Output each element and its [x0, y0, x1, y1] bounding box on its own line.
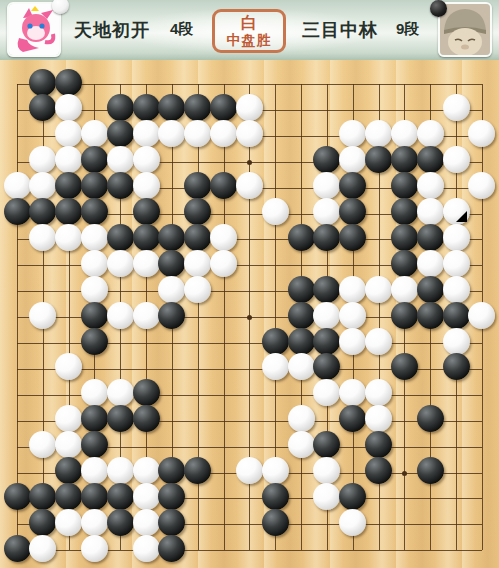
black-stone: [184, 172, 211, 199]
black-stone: [313, 276, 340, 303]
white-stone: [365, 379, 392, 406]
black-stone: [133, 405, 160, 432]
star-point: [247, 315, 252, 320]
black-stone: [262, 509, 289, 536]
left-player-name: 天地初开: [74, 18, 150, 42]
black-stone: [4, 198, 31, 225]
white-stone: [107, 250, 134, 277]
black-stone: [158, 94, 185, 121]
black-stone: [365, 457, 392, 484]
white-stone: [133, 172, 160, 199]
white-stone: [313, 379, 340, 406]
black-stone: [81, 172, 108, 199]
black-stone: [158, 250, 185, 277]
white-stone: [339, 120, 366, 147]
black-stone: [365, 146, 392, 173]
black-stone: [158, 224, 185, 251]
white-stone: [107, 146, 134, 173]
white-stone: [391, 120, 418, 147]
black-stone: [391, 224, 418, 251]
white-stone: [365, 276, 392, 303]
black-stone: [417, 457, 444, 484]
black-stone: [417, 302, 444, 329]
white-stone: [262, 198, 289, 225]
white-stone: [133, 483, 160, 510]
black-stone: [55, 198, 82, 225]
white-stone: [55, 146, 82, 173]
white-stone: [81, 250, 108, 277]
white-stone: [184, 276, 211, 303]
white-stone: [29, 302, 56, 329]
white-stone: [55, 224, 82, 251]
white-stone: [443, 328, 470, 355]
white-stone: [133, 250, 160, 277]
white-stone: [81, 509, 108, 536]
white-stone: [262, 353, 289, 380]
star-point: [402, 471, 407, 476]
black-stone: [313, 353, 340, 380]
black-stone: [391, 146, 418, 173]
black-stone: [417, 146, 444, 173]
black-stone: [288, 328, 315, 355]
white-stone: [81, 224, 108, 251]
white-stone: [210, 250, 237, 277]
black-stone: [107, 483, 134, 510]
game-header: 天地初开 4段 白 中盘胜 三目中林 9段: [0, 0, 499, 60]
black-stone: [417, 224, 444, 251]
black-stone: [133, 94, 160, 121]
black-stone: [391, 302, 418, 329]
black-stone: [313, 146, 340, 173]
black-stone: [81, 431, 108, 458]
black-stone: [55, 69, 82, 96]
white-stone: [468, 302, 495, 329]
white-stone: [133, 146, 160, 173]
white-stone: [313, 198, 340, 225]
black-stone: [81, 146, 108, 173]
white-stone: [55, 353, 82, 380]
black-stone: [158, 302, 185, 329]
black-stone: [55, 172, 82, 199]
black-stone-badge-icon: [430, 0, 447, 17]
result-stamp-line2: 中盘胜: [215, 33, 283, 47]
white-stone: [81, 379, 108, 406]
black-stone: [288, 224, 315, 251]
white-stone: [288, 405, 315, 432]
black-stone: [339, 198, 366, 225]
white-stone: [236, 172, 263, 199]
black-stone: [81, 328, 108, 355]
white-stone: [443, 224, 470, 251]
black-stone: [391, 172, 418, 199]
black-stone: [313, 431, 340, 458]
white-stone: [339, 509, 366, 536]
black-stone: [262, 483, 289, 510]
white-stone: [133, 120, 160, 147]
black-stone: [288, 302, 315, 329]
black-stone: [107, 120, 134, 147]
white-stone: [107, 379, 134, 406]
black-stone: [365, 431, 392, 458]
black-stone: [81, 198, 108, 225]
black-stone: [81, 483, 108, 510]
white-stone: [339, 302, 366, 329]
white-stone: [107, 302, 134, 329]
black-stone: [81, 405, 108, 432]
black-stone: [339, 224, 366, 251]
left-player-rank: 4段: [170, 20, 193, 39]
white-stone: [365, 405, 392, 432]
black-stone: [210, 172, 237, 199]
white-stone: [210, 120, 237, 147]
white-stone: [55, 94, 82, 121]
white-stone: [133, 302, 160, 329]
result-stamp-line1: 白: [215, 15, 283, 31]
black-stone: [339, 483, 366, 510]
white-stone: [443, 146, 470, 173]
black-stone: [339, 405, 366, 432]
black-stone: [262, 328, 289, 355]
go-board[interactable]: [0, 60, 499, 568]
black-stone: [313, 224, 340, 251]
black-stone: [184, 224, 211, 251]
white-stone: [443, 94, 470, 121]
white-stone: [158, 120, 185, 147]
right-player-name: 三目中林: [302, 18, 378, 42]
black-stone: [184, 94, 211, 121]
white-stone: [236, 94, 263, 121]
white-stone: [365, 328, 392, 355]
white-stone: [288, 431, 315, 458]
black-stone: [107, 224, 134, 251]
black-stone: [107, 94, 134, 121]
star-point: [247, 160, 252, 165]
black-stone: [391, 250, 418, 277]
white-stone: [339, 379, 366, 406]
white-stone: [133, 535, 160, 562]
white-stone: [133, 457, 160, 484]
black-stone: [313, 328, 340, 355]
black-stone: [29, 94, 56, 121]
white-stone: [81, 457, 108, 484]
cat-photo-avatar-image: [440, 4, 490, 55]
white-stone: [184, 120, 211, 147]
black-stone: [443, 302, 470, 329]
white-stone: [391, 276, 418, 303]
white-stone: [417, 172, 444, 199]
white-stone: [236, 120, 263, 147]
black-stone: [184, 198, 211, 225]
white-stone: [417, 198, 444, 225]
cartoon-cat-avatar-image: [9, 4, 59, 55]
black-stone: [107, 172, 134, 199]
white-stone: [29, 431, 56, 458]
white-stone: [339, 146, 366, 173]
white-stone: [29, 146, 56, 173]
black-stone: [133, 379, 160, 406]
white-stone-badge-icon: [52, 0, 69, 14]
white-stone: [133, 509, 160, 536]
white-stone: [29, 172, 56, 199]
black-stone: [107, 509, 134, 536]
white-stone: [55, 431, 82, 458]
white-stone: [262, 457, 289, 484]
white-stone: [339, 328, 366, 355]
white-stone: [81, 535, 108, 562]
black-stone: [417, 276, 444, 303]
black-stone: [158, 483, 185, 510]
white-stone: [158, 276, 185, 303]
white-stone: [184, 250, 211, 277]
black-stone: [158, 535, 185, 562]
black-stone: [210, 94, 237, 121]
black-stone: [339, 172, 366, 199]
white-stone: [81, 120, 108, 147]
white-stone: [313, 172, 340, 199]
black-stone: [391, 198, 418, 225]
black-stone: [4, 483, 31, 510]
white-stone: [55, 120, 82, 147]
black-stone: [158, 509, 185, 536]
white-stone: [29, 224, 56, 251]
black-stone: [443, 353, 470, 380]
result-stamp: 白 中盘胜: [212, 9, 286, 53]
white-stone: [210, 224, 237, 251]
black-stone: [29, 509, 56, 536]
black-stone: [133, 198, 160, 225]
black-stone: [158, 457, 185, 484]
black-stone: [107, 405, 134, 432]
white-stone: [81, 276, 108, 303]
black-stone: [29, 483, 56, 510]
black-stone: [4, 535, 31, 562]
white-stone: [443, 276, 470, 303]
black-stone: [29, 198, 56, 225]
white-stone: [443, 198, 470, 225]
white-stone: [29, 535, 56, 562]
white-stone: [468, 120, 495, 147]
white-stone: [107, 457, 134, 484]
right-player-rank: 9段: [396, 20, 419, 39]
white-stone: [313, 457, 340, 484]
white-stone: [468, 172, 495, 199]
white-stone: [313, 483, 340, 510]
white-stone: [55, 405, 82, 432]
last-move-triangle-marker: [456, 211, 467, 222]
black-stone: [55, 483, 82, 510]
white-stone: [417, 120, 444, 147]
black-stone: [55, 457, 82, 484]
black-stone: [288, 276, 315, 303]
white-stone: [4, 172, 31, 199]
white-stone: [236, 457, 263, 484]
white-stone: [55, 509, 82, 536]
white-stone: [443, 250, 470, 277]
black-stone: [391, 353, 418, 380]
white-stone: [288, 353, 315, 380]
white-stone: [339, 276, 366, 303]
white-stone: [365, 120, 392, 147]
black-stone: [417, 405, 444, 432]
black-stone: [133, 224, 160, 251]
white-stone: [417, 250, 444, 277]
black-stone: [29, 69, 56, 96]
black-stone: [184, 457, 211, 484]
black-stone: [81, 302, 108, 329]
white-stone: [313, 302, 340, 329]
